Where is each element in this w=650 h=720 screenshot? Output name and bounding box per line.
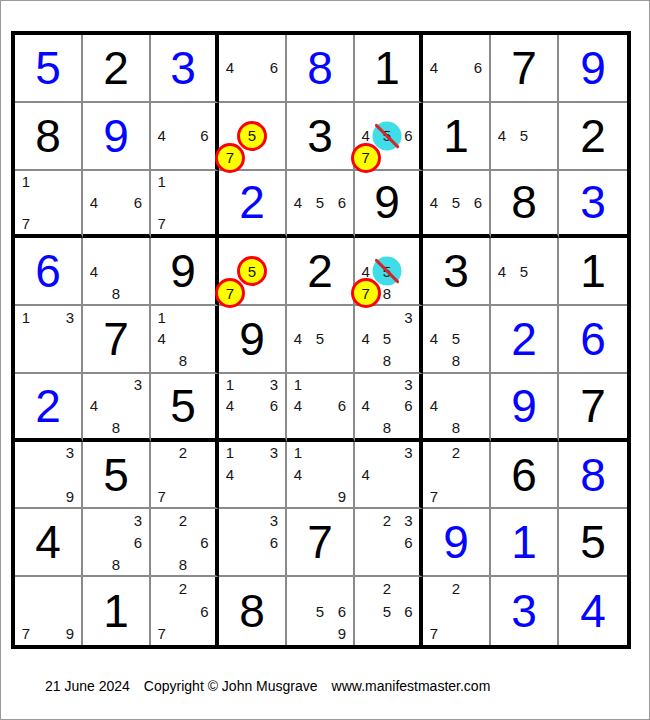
candidate-grid: 17: [151, 171, 215, 235]
cell-r2c5[interactable]: 3: [287, 103, 355, 171]
cell-r5c7[interactable]: 458: [423, 306, 491, 374]
candidate-highlighted: 7: [355, 282, 376, 304]
given-digit: 8: [239, 588, 265, 634]
candidate: 6: [194, 125, 215, 147]
cell-r2c2[interactable]: 9: [83, 103, 151, 171]
candidate: 7: [151, 486, 172, 508]
cell-r6c3[interactable]: 5: [151, 374, 219, 442]
given-digit: 7: [307, 519, 333, 565]
candidate: 7: [151, 213, 172, 234]
cell-r1c1[interactable]: 5: [15, 35, 83, 103]
candidate: 6: [263, 57, 285, 79]
candidate: 7: [423, 486, 445, 508]
cell-r1c4[interactable]: 46: [219, 35, 287, 103]
candidate: 3: [398, 306, 419, 328]
candidate-grid: 267: [151, 577, 215, 645]
candidate: 4: [423, 395, 445, 416]
candidate-grid: 13: [15, 306, 81, 372]
candidate-grid: 148: [151, 306, 215, 372]
candidate: 2: [172, 509, 193, 531]
cell-r6c9[interactable]: 7: [559, 374, 627, 442]
cell-r8c7[interactable]: 9: [423, 509, 491, 577]
cell-r3c5[interactable]: 456: [287, 171, 355, 239]
candidate-grid: 45: [491, 103, 557, 169]
cell-r7c9[interactable]: 8: [559, 442, 627, 510]
candidate: 6: [331, 192, 353, 213]
cell-r4c1[interactable]: 6: [15, 238, 83, 306]
candidate: 3: [398, 509, 419, 531]
candidate-grid: 236: [355, 509, 419, 575]
candidate: 1: [15, 171, 37, 192]
solved-digit: 4: [580, 588, 606, 634]
candidate: 8: [105, 553, 127, 575]
cell-r3c9[interactable]: 3: [559, 171, 627, 239]
candidate: 2: [172, 577, 193, 600]
candidate: 4: [151, 125, 172, 147]
candidate: 3: [398, 442, 419, 464]
candidate: 9: [331, 486, 353, 508]
candidate-highlighted: 7: [355, 147, 376, 169]
cell-r5c5[interactable]: 45: [287, 306, 355, 374]
cell-r4c2[interactable]: 48: [83, 238, 151, 306]
cell-r9c9[interactable]: 4: [559, 577, 627, 645]
candidate: 3: [263, 509, 285, 531]
cell-r8c4[interactable]: 36: [219, 509, 287, 577]
given-digit: 9: [239, 316, 265, 362]
cell-r5c6[interactable]: 3458: [355, 306, 423, 374]
candidate: 3: [127, 509, 149, 531]
candidate: 6: [127, 192, 149, 213]
candidate-highlighted: 5: [241, 260, 263, 282]
cell-r2c6[interactable]: 4567: [355, 103, 423, 171]
candidate: 4: [423, 328, 445, 350]
cell-r4c4[interactable]: 57: [219, 238, 287, 306]
candidate: 6: [331, 395, 353, 416]
cell-r7c7[interactable]: 27: [423, 442, 491, 510]
cell-r6c6[interactable]: 3468: [355, 374, 423, 442]
candidate-grid: 45: [287, 306, 353, 372]
candidate: 5: [513, 260, 535, 282]
candidate-grid: 569: [287, 577, 353, 645]
candidate: 4: [355, 328, 376, 350]
candidate-grid: 46: [151, 103, 215, 169]
given-digit: 2: [307, 248, 333, 294]
candidate: 1: [151, 306, 172, 328]
candidate: 5: [309, 192, 331, 213]
given-digit: 2: [103, 45, 129, 91]
cell-r4c9[interactable]: 1: [559, 238, 627, 306]
candidate: 8: [172, 553, 193, 575]
candidate: 5: [309, 600, 331, 623]
cell-r1c3[interactable]: 3: [151, 35, 219, 103]
candidate: 4: [219, 57, 241, 79]
given-digit: 2: [580, 113, 606, 159]
candidate: 6: [263, 395, 285, 416]
candidate: 4: [423, 57, 445, 79]
cell-r4c8[interactable]: 45: [491, 238, 559, 306]
cell-r7c2[interactable]: 5: [83, 442, 151, 510]
cell-r2c4[interactable]: 57: [219, 103, 287, 171]
cell-r5c3[interactable]: 148: [151, 306, 219, 374]
candidate-grid: 34: [355, 442, 419, 508]
candidate: 4: [355, 395, 376, 416]
candidate-grid: 256: [355, 577, 419, 645]
solved-digit: 9: [511, 383, 537, 429]
candidate: 8: [376, 350, 397, 372]
cell-r7c5[interactable]: 149: [287, 442, 355, 510]
cell-r2c8[interactable]: 45: [491, 103, 559, 171]
candidate: 7: [151, 622, 172, 645]
cell-r9c7[interactable]: 27: [423, 577, 491, 645]
cell-r5c1[interactable]: 13: [15, 306, 83, 374]
candidate-grid: 48: [423, 374, 489, 438]
candidate-grid: 46: [219, 35, 285, 101]
cell-r4c7[interactable]: 3: [423, 238, 491, 306]
solved-digit: 2: [35, 383, 61, 429]
candidate: 7: [15, 213, 37, 234]
cell-r8c1[interactable]: 4: [15, 509, 83, 577]
cell-r2c3[interactable]: 46: [151, 103, 219, 171]
cell-r9c4[interactable]: 8: [219, 577, 287, 645]
solved-digit: 2: [239, 179, 265, 225]
candidate-grid: 458: [423, 306, 489, 372]
cell-r4c6[interactable]: 4578: [355, 238, 423, 306]
candidate-grid: 46: [83, 171, 149, 235]
candidate: 5: [445, 328, 467, 350]
candidate: 8: [445, 416, 467, 437]
candidate: 8: [376, 416, 397, 437]
candidate-highlighted: 7: [219, 147, 241, 169]
footer-copyright: Copyright © John Musgrave: [144, 678, 318, 694]
given-digit: 3: [307, 113, 333, 159]
cell-r6c8[interactable]: 9: [491, 374, 559, 442]
given-digit: 5: [170, 383, 196, 429]
cell-r3c4[interactable]: 2: [219, 171, 287, 239]
footer-website: www.manifestmaster.com: [332, 678, 491, 694]
candidate: 4: [491, 125, 513, 147]
solved-digit: 8: [580, 452, 606, 498]
cell-r6c1[interactable]: 2: [15, 374, 83, 442]
candidate: 9: [59, 622, 81, 645]
cell-r1c9[interactable]: 9: [559, 35, 627, 103]
candidate: 4: [83, 260, 105, 282]
footer: 21 June 2024 Copyright © John Musgrave w…: [45, 678, 490, 694]
given-digit: 5: [580, 519, 606, 565]
footer-date: 21 June 2024: [45, 678, 130, 694]
candidate-grid: 149: [287, 442, 353, 508]
cell-r5c2[interactable]: 7: [83, 306, 151, 374]
candidate: 4: [287, 192, 309, 213]
cell-r1c7[interactable]: 46: [423, 35, 491, 103]
cell-r1c6[interactable]: 1: [355, 35, 423, 103]
solved-digit: 2: [511, 316, 537, 362]
solved-digit: 8: [307, 45, 333, 91]
given-digit: 9: [170, 248, 196, 294]
given-digit: 1: [103, 588, 129, 634]
solved-digit: 3: [170, 45, 196, 91]
candidate: 2: [376, 577, 397, 600]
candidate: 4: [287, 395, 309, 416]
cell-r5c4[interactable]: 9: [219, 306, 287, 374]
cell-r5c9[interactable]: 6: [559, 306, 627, 374]
cell-r9c2[interactable]: 1: [83, 577, 151, 645]
candidate: 1: [287, 374, 309, 395]
cell-r3c2[interactable]: 46: [83, 171, 151, 239]
given-digit: 6: [511, 452, 537, 498]
cell-r7c6[interactable]: 34: [355, 442, 423, 510]
candidate: 5: [309, 328, 331, 350]
candidate: 4: [491, 260, 513, 282]
solved-digit: 9: [580, 45, 606, 91]
candidate: 6: [263, 531, 285, 553]
cell-r6c5[interactable]: 146: [287, 374, 355, 442]
candidate: 5: [445, 192, 467, 213]
cell-r3c1[interactable]: 17: [15, 171, 83, 239]
given-digit: 1: [443, 113, 469, 159]
candidate: 8: [105, 416, 127, 437]
candidate-eliminated: 5: [376, 260, 397, 282]
candidate-grid: 4578: [355, 238, 419, 304]
given-digit: 7: [580, 383, 606, 429]
candidate-highlighted: 5: [241, 125, 263, 147]
candidate-grid: 456: [423, 171, 489, 235]
cell-r3c7[interactable]: 456: [423, 171, 491, 239]
candidate: 3: [398, 374, 419, 395]
candidate: 6: [467, 192, 489, 213]
candidate: 1: [151, 171, 172, 192]
given-digit: 9: [374, 179, 400, 225]
candidate: 4: [287, 328, 309, 350]
candidate-grid: 4567: [355, 103, 419, 169]
cell-r2c7[interactable]: 1: [423, 103, 491, 171]
solved-digit: 6: [35, 248, 61, 294]
given-digit: 7: [103, 316, 129, 362]
candidate: 4: [287, 464, 309, 486]
cell-r3c3[interactable]: 17: [151, 171, 219, 239]
cell-r7c8[interactable]: 6: [491, 442, 559, 510]
candidate-grid: 3458: [355, 306, 419, 372]
cell-r7c4[interactable]: 134: [219, 442, 287, 510]
given-digit: 1: [580, 248, 606, 294]
given-digit: 7: [511, 45, 537, 91]
candidate: 6: [194, 600, 215, 623]
cell-r8c9[interactable]: 5: [559, 509, 627, 577]
cell-r2c9[interactable]: 2: [559, 103, 627, 171]
given-digit: 5: [103, 452, 129, 498]
candidate: 8: [105, 282, 127, 304]
cell-r9c3[interactable]: 267: [151, 577, 219, 645]
solved-digit: 9: [103, 113, 129, 159]
candidate-grid: 17: [15, 171, 81, 235]
solved-digit: 1: [511, 519, 537, 565]
cell-r2c1[interactable]: 8: [15, 103, 83, 171]
candidate: 1: [219, 442, 241, 464]
candidate-grid: 146: [287, 374, 353, 438]
candidate: 8: [445, 350, 467, 372]
candidate-grid: 27: [151, 442, 215, 508]
candidate: 9: [331, 622, 353, 645]
cell-r8c3[interactable]: 268: [151, 509, 219, 577]
cell-r8c6[interactable]: 236: [355, 509, 423, 577]
given-digit: 8: [35, 113, 61, 159]
candidate: 3: [263, 442, 285, 464]
candidate: 1: [219, 374, 241, 395]
given-digit: 1: [374, 45, 400, 91]
candidate-grid: 27: [423, 577, 489, 645]
candidate: 4: [219, 395, 241, 416]
cell-r6c7[interactable]: 48: [423, 374, 491, 442]
cell-r8c8[interactable]: 1: [491, 509, 559, 577]
cell-r4c3[interactable]: 9: [151, 238, 219, 306]
candidate: 6: [467, 57, 489, 79]
cell-r5c8[interactable]: 2: [491, 306, 559, 374]
candidate-grid: 57: [219, 103, 285, 169]
cell-r9c6[interactable]: 256: [355, 577, 423, 645]
candidate: 4: [355, 464, 376, 486]
candidate: 4: [83, 192, 105, 213]
candidate: 3: [127, 374, 149, 395]
candidate: 7: [15, 622, 37, 645]
candidate: 5: [376, 328, 397, 350]
candidate-highlighted: 7: [219, 282, 241, 304]
candidate-grid: 36: [219, 509, 285, 575]
candidate: 5: [376, 600, 397, 623]
given-digit: 3: [443, 248, 469, 294]
cell-r6c4[interactable]: 1346: [219, 374, 287, 442]
candidate-grid: 1346: [219, 374, 285, 438]
candidate: 6: [331, 600, 353, 623]
cell-r9c5[interactable]: 569: [287, 577, 355, 645]
candidate: 2: [445, 577, 467, 600]
candidate-grid: 45: [491, 238, 557, 304]
candidate-grid: 268: [151, 509, 215, 575]
cell-r8c5[interactable]: 7: [287, 509, 355, 577]
given-digit: 4: [35, 519, 61, 565]
candidate: 4: [423, 192, 445, 213]
candidate: 6: [398, 395, 419, 416]
candidate-grid: 57: [219, 238, 285, 304]
candidate-grid: 46: [423, 35, 489, 101]
solved-digit: 3: [580, 179, 606, 225]
candidate: 2: [445, 442, 467, 464]
candidate-grid: 134: [219, 442, 285, 508]
candidate: 9: [59, 486, 81, 508]
solved-digit: 5: [35, 45, 61, 91]
candidate: 6: [194, 531, 215, 553]
candidate: 1: [15, 306, 37, 328]
candidate-grid: 348: [83, 374, 149, 438]
page: 5234681467989465734567145217461724569456…: [0, 0, 650, 720]
given-digit: 8: [511, 179, 537, 225]
cell-r8c2[interactable]: 368: [83, 509, 151, 577]
cell-r1c8[interactable]: 7: [491, 35, 559, 103]
candidate: 6: [398, 600, 419, 623]
candidate-eliminated: 5: [376, 125, 397, 147]
candidate: 1: [287, 442, 309, 464]
solved-digit: 9: [443, 519, 469, 565]
sudoku-board: 5234681467989465734567145217461724569456…: [11, 31, 631, 649]
cell-r3c6[interactable]: 9: [355, 171, 423, 239]
cell-r6c2[interactable]: 348: [83, 374, 151, 442]
candidate: 5: [513, 125, 535, 147]
candidate-grid: 3468: [355, 374, 419, 438]
candidate: 2: [376, 509, 397, 531]
candidate: 4: [83, 395, 105, 416]
cell-r9c8[interactable]: 3: [491, 577, 559, 645]
candidate: 2: [172, 442, 193, 464]
candidate: 6: [127, 531, 149, 553]
solved-digit: 3: [511, 588, 537, 634]
cell-r9c1[interactable]: 79: [15, 577, 83, 645]
candidate: 8: [172, 350, 193, 372]
candidate: 4: [219, 464, 241, 486]
cell-r7c1[interactable]: 39: [15, 442, 83, 510]
cell-r4c5[interactable]: 2: [287, 238, 355, 306]
candidate-grid: 48: [83, 238, 149, 304]
cell-r1c5[interactable]: 8: [287, 35, 355, 103]
candidate: 3: [59, 442, 81, 464]
candidate: 6: [398, 531, 419, 553]
cell-r7c3[interactable]: 27: [151, 442, 219, 510]
candidate-grid: 368: [83, 509, 149, 575]
candidate: 7: [423, 622, 445, 645]
candidate: 3: [263, 374, 285, 395]
candidate: 4: [151, 328, 172, 350]
cell-r3c8[interactable]: 8: [491, 171, 559, 239]
candidate-grid: 456: [287, 171, 353, 235]
candidate-grid: 39: [15, 442, 81, 508]
candidate-grid: 27: [423, 442, 489, 508]
candidate-grid: 79: [15, 577, 81, 645]
solved-digit: 6: [580, 316, 606, 362]
cell-r1c2[interactable]: 2: [83, 35, 151, 103]
candidate: 3: [59, 306, 81, 328]
